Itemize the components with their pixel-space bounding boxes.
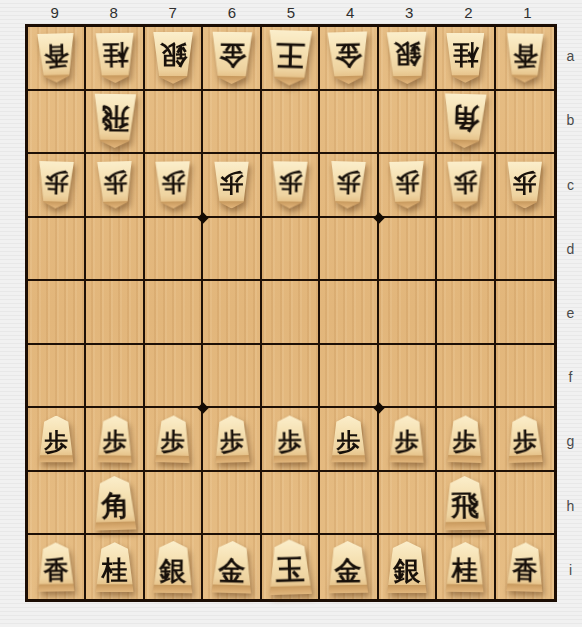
koma-kanji: 金 bbox=[335, 556, 362, 583]
square-5i[interactable]: 玉 bbox=[262, 535, 320, 599]
square-8c[interactable]: 歩 bbox=[86, 154, 144, 218]
koma-kanji: 香 bbox=[43, 42, 69, 68]
square-5c[interactable]: 歩 bbox=[262, 154, 320, 218]
square-1a[interactable]: 香 bbox=[496, 27, 554, 91]
square-3h[interactable] bbox=[379, 472, 437, 536]
piece-pawn-gote[interactable]: 歩 bbox=[328, 161, 368, 209]
piece-rook-sente[interactable]: 飛 bbox=[441, 475, 489, 530]
koma-kanji: 角 bbox=[451, 104, 480, 133]
rank-label-g: g bbox=[559, 409, 582, 473]
square-9i[interactable]: 香 bbox=[28, 535, 86, 599]
square-1c[interactable]: 歩 bbox=[496, 154, 554, 218]
piece-gold-gote[interactable]: 金 bbox=[325, 31, 371, 84]
shogi-board: 香桂銀金王金銀桂香飛角歩歩歩歩歩歩歩歩歩歩歩歩歩歩歩歩歩歩角飛香桂銀金玉金銀桂香 bbox=[25, 24, 557, 602]
koma-kanji: 歩 bbox=[394, 170, 419, 195]
square-5f[interactable] bbox=[262, 345, 320, 409]
square-8i[interactable]: 桂 bbox=[86, 535, 144, 599]
square-4a[interactable]: 金 bbox=[320, 27, 378, 91]
koma-kanji: 歩 bbox=[44, 429, 68, 453]
piece-lance-sente[interactable]: 香 bbox=[504, 542, 546, 592]
file-label-1: 1 bbox=[498, 4, 557, 21]
koma-kanji: 桂 bbox=[101, 42, 127, 68]
square-4b[interactable] bbox=[320, 91, 378, 155]
koma-kanji: 歩 bbox=[219, 429, 244, 454]
square-7i[interactable]: 銀 bbox=[145, 535, 203, 599]
piece-gold-sente[interactable]: 金 bbox=[326, 541, 372, 594]
koma-kanji: 歩 bbox=[336, 429, 360, 453]
piece-bishop-gote[interactable]: 角 bbox=[441, 94, 489, 149]
piece-pawn-sente[interactable]: 歩 bbox=[329, 416, 368, 463]
square-7a[interactable]: 銀 bbox=[145, 27, 203, 91]
square-2i[interactable]: 桂 bbox=[437, 535, 495, 599]
square-2d[interactable] bbox=[437, 218, 495, 282]
square-6a[interactable]: 金 bbox=[203, 27, 261, 91]
koma-kanji: 香 bbox=[512, 557, 538, 583]
koma-kanji: 歩 bbox=[161, 429, 186, 454]
rank-label-i: i bbox=[559, 538, 582, 602]
square-7f[interactable] bbox=[145, 345, 203, 409]
rank-label-d: d bbox=[559, 217, 582, 281]
koma-kanji: 歩 bbox=[513, 429, 538, 454]
square-4f[interactable] bbox=[320, 345, 378, 409]
piece-pawn-sente[interactable]: 歩 bbox=[95, 415, 135, 463]
koma-kanji: 歩 bbox=[453, 429, 478, 454]
square-4i[interactable]: 金 bbox=[320, 535, 378, 599]
square-4e[interactable] bbox=[320, 281, 378, 345]
piece-pawn-sente[interactable]: 歩 bbox=[153, 415, 193, 463]
square-5h[interactable] bbox=[262, 472, 320, 536]
piece-pawn-gote[interactable]: 歩 bbox=[36, 161, 76, 209]
file-label-6: 6 bbox=[202, 4, 261, 21]
koma-kanji: 歩 bbox=[513, 170, 537, 194]
square-4g[interactable]: 歩 bbox=[320, 408, 378, 472]
piece-silver-sente[interactable]: 銀 bbox=[150, 541, 196, 594]
file-label-2: 2 bbox=[439, 4, 498, 21]
koma-kanji: 香 bbox=[512, 42, 537, 67]
square-3g[interactable]: 歩 bbox=[379, 408, 437, 472]
koma-kanji: 金 bbox=[218, 41, 245, 68]
koma-kanji: 銀 bbox=[393, 556, 420, 583]
piece-pawn-gote[interactable]: 歩 bbox=[95, 161, 135, 209]
square-9f[interactable] bbox=[28, 345, 86, 409]
piece-king-sente[interactable]: 玉 bbox=[265, 539, 315, 595]
square-8a[interactable]: 桂 bbox=[86, 27, 144, 91]
piece-bishop-sente[interactable]: 角 bbox=[90, 475, 138, 530]
square-3b[interactable] bbox=[379, 91, 437, 155]
koma-kanji: 玉 bbox=[275, 555, 305, 585]
rank-label-f: f bbox=[559, 345, 582, 409]
file-labels: 987654321 bbox=[25, 0, 557, 24]
piece-pawn-sente[interactable]: 歩 bbox=[387, 415, 427, 463]
square-2c[interactable]: 歩 bbox=[437, 154, 495, 218]
koma-kanji: 歩 bbox=[336, 170, 361, 195]
square-6f[interactable] bbox=[203, 345, 261, 409]
square-1b[interactable] bbox=[496, 91, 554, 155]
piece-pawn-gote[interactable]: 歩 bbox=[153, 161, 193, 209]
koma-kanji: 歩 bbox=[44, 170, 69, 195]
koma-kanji: 金 bbox=[334, 41, 362, 69]
koma-kanji: 歩 bbox=[453, 170, 477, 194]
square-8e[interactable] bbox=[86, 281, 144, 345]
koma-kanji: 歩 bbox=[102, 429, 126, 453]
square-4c[interactable]: 歩 bbox=[320, 154, 378, 218]
piece-pawn-gote[interactable]: 歩 bbox=[212, 161, 251, 208]
koma-kanji: 桂 bbox=[452, 557, 478, 583]
square-2h[interactable]: 飛 bbox=[437, 472, 495, 536]
rank-labels: abcdefghi bbox=[559, 24, 582, 602]
piece-pawn-gote[interactable]: 歩 bbox=[387, 161, 427, 209]
square-2g[interactable]: 歩 bbox=[437, 408, 495, 472]
file-label-5: 5 bbox=[261, 4, 320, 21]
koma-kanji: 金 bbox=[218, 556, 246, 584]
square-9a[interactable]: 香 bbox=[28, 27, 86, 91]
piece-pawn-gote[interactable]: 歩 bbox=[270, 161, 310, 209]
square-7d[interactable] bbox=[145, 218, 203, 282]
square-3a[interactable]: 銀 bbox=[379, 27, 437, 91]
koma-kanji: 桂 bbox=[102, 557, 128, 583]
piece-pawn-sente[interactable]: 歩 bbox=[37, 416, 76, 463]
square-7e[interactable] bbox=[145, 281, 203, 345]
file-label-8: 8 bbox=[84, 4, 143, 21]
piece-pawn-sente[interactable]: 歩 bbox=[211, 415, 251, 463]
square-6c[interactable]: 歩 bbox=[203, 154, 261, 218]
rank-label-a: a bbox=[559, 24, 582, 88]
piece-pawn-sente[interactable]: 歩 bbox=[505, 415, 545, 463]
square-8h[interactable]: 角 bbox=[86, 472, 144, 536]
square-8g[interactable]: 歩 bbox=[86, 408, 144, 472]
square-6i[interactable]: 金 bbox=[203, 535, 261, 599]
koma-kanji: 角 bbox=[100, 491, 129, 520]
square-1h[interactable] bbox=[496, 472, 554, 536]
square-3i[interactable]: 銀 bbox=[379, 535, 437, 599]
square-2b[interactable]: 角 bbox=[437, 91, 495, 155]
square-7g[interactable]: 歩 bbox=[145, 408, 203, 472]
piece-knight-gote[interactable]: 桂 bbox=[444, 33, 487, 83]
piece-gold-sente[interactable]: 金 bbox=[208, 541, 254, 594]
koma-kanji: 香 bbox=[44, 557, 69, 582]
file-label-3: 3 bbox=[380, 4, 439, 21]
piece-knight-gote[interactable]: 桂 bbox=[93, 32, 137, 83]
koma-kanji: 王 bbox=[275, 40, 305, 70]
square-1e[interactable] bbox=[496, 281, 554, 345]
board-grid: 香桂銀金王金銀桂香飛角歩歩歩歩歩歩歩歩歩歩歩歩歩歩歩歩歩歩角飛香桂銀金玉金銀桂香 bbox=[28, 27, 554, 599]
rank-label-e: e bbox=[559, 281, 582, 345]
square-2e[interactable] bbox=[437, 281, 495, 345]
piece-silver-gote[interactable]: 銀 bbox=[151, 32, 196, 84]
piece-knight-sente[interactable]: 桂 bbox=[93, 542, 136, 592]
koma-kanji: 歩 bbox=[220, 170, 244, 194]
square-9b[interactable] bbox=[28, 91, 86, 155]
square-4h[interactable] bbox=[320, 472, 378, 536]
square-5d[interactable] bbox=[262, 218, 320, 282]
square-6e[interactable] bbox=[203, 281, 261, 345]
square-9e[interactable] bbox=[28, 281, 86, 345]
piece-silver-gote[interactable]: 銀 bbox=[384, 31, 430, 84]
square-5e[interactable] bbox=[262, 281, 320, 345]
square-9h[interactable] bbox=[28, 472, 86, 536]
square-5b[interactable] bbox=[262, 91, 320, 155]
piece-knight-sente[interactable]: 桂 bbox=[443, 542, 487, 593]
square-7h[interactable] bbox=[145, 472, 203, 536]
file-label-9: 9 bbox=[25, 4, 84, 21]
koma-kanji: 歩 bbox=[102, 170, 127, 195]
rank-label-c: c bbox=[559, 152, 582, 216]
square-8d[interactable] bbox=[86, 218, 144, 282]
square-7c[interactable]: 歩 bbox=[145, 154, 203, 218]
square-1f[interactable] bbox=[496, 345, 554, 409]
square-7b[interactable] bbox=[145, 91, 203, 155]
square-6b[interactable] bbox=[203, 91, 261, 155]
square-3c[interactable]: 歩 bbox=[379, 154, 437, 218]
piece-lance-sente[interactable]: 香 bbox=[35, 542, 77, 592]
piece-king-gote[interactable]: 王 bbox=[265, 30, 315, 86]
piece-lance-gote[interactable]: 香 bbox=[35, 33, 77, 83]
koma-kanji: 歩 bbox=[161, 170, 185, 194]
square-3f[interactable] bbox=[379, 345, 437, 409]
square-4d[interactable] bbox=[320, 218, 378, 282]
square-1d[interactable] bbox=[496, 218, 554, 282]
square-6h[interactable] bbox=[203, 472, 261, 536]
piece-silver-sente[interactable]: 銀 bbox=[384, 541, 429, 593]
square-1i[interactable]: 香 bbox=[496, 535, 554, 599]
koma-kanji: 飛 bbox=[101, 104, 129, 132]
square-3e[interactable] bbox=[379, 281, 437, 345]
square-9c[interactable]: 歩 bbox=[28, 154, 86, 218]
file-label-7: 7 bbox=[143, 4, 202, 21]
piece-pawn-sente[interactable]: 歩 bbox=[445, 415, 485, 463]
koma-kanji: 歩 bbox=[278, 170, 302, 194]
rank-label-h: h bbox=[559, 474, 582, 538]
koma-kanji: 桂 bbox=[452, 42, 478, 68]
square-2a[interactable]: 桂 bbox=[437, 27, 495, 91]
square-5g[interactable]: 歩 bbox=[262, 408, 320, 472]
square-9d[interactable] bbox=[28, 218, 86, 282]
koma-kanji: 銀 bbox=[393, 41, 420, 68]
piece-pawn-gote[interactable]: 歩 bbox=[505, 161, 544, 208]
piece-pawn-gote[interactable]: 歩 bbox=[446, 161, 486, 209]
koma-kanji: 銀 bbox=[159, 556, 186, 583]
square-2f[interactable] bbox=[437, 345, 495, 409]
file-label-4: 4 bbox=[321, 4, 380, 21]
koma-kanji: 銀 bbox=[160, 41, 187, 68]
square-8f[interactable] bbox=[86, 345, 144, 409]
square-9g[interactable]: 歩 bbox=[28, 408, 86, 472]
koma-kanji: 歩 bbox=[395, 429, 419, 453]
piece-rook-gote[interactable]: 飛 bbox=[91, 94, 139, 149]
rank-label-b: b bbox=[559, 88, 582, 152]
square-1g[interactable]: 歩 bbox=[496, 408, 554, 472]
piece-lance-gote[interactable]: 香 bbox=[504, 33, 546, 83]
square-6d[interactable] bbox=[203, 218, 261, 282]
piece-gold-gote[interactable]: 金 bbox=[209, 31, 255, 84]
piece-pawn-sente[interactable]: 歩 bbox=[270, 415, 310, 463]
square-5a[interactable]: 王 bbox=[262, 27, 320, 91]
koma-kanji: 飛 bbox=[451, 491, 479, 519]
square-6g[interactable]: 歩 bbox=[203, 408, 261, 472]
koma-kanji: 歩 bbox=[278, 429, 302, 453]
square-8b[interactable]: 飛 bbox=[86, 91, 144, 155]
square-3d[interactable] bbox=[379, 218, 437, 282]
